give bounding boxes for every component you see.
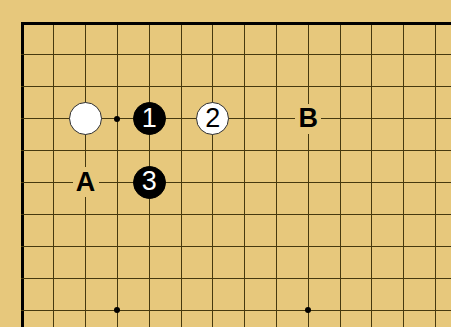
diagram-stage: AB123 bbox=[0, 0, 451, 327]
stone-white-2-G16[interactable]: 2 bbox=[196, 102, 229, 135]
go-board: AB123 bbox=[0, 0, 451, 327]
label-B-K16[interactable]: B bbox=[295, 104, 321, 134]
label-A-C14[interactable]: A bbox=[73, 167, 99, 197]
stone-black-1-E16[interactable]: 1 bbox=[133, 102, 166, 135]
stone-white-C16[interactable] bbox=[69, 102, 102, 135]
stone-black-3-E14[interactable]: 3 bbox=[133, 166, 166, 199]
board-grid: AB123 bbox=[6, 7, 451, 326]
